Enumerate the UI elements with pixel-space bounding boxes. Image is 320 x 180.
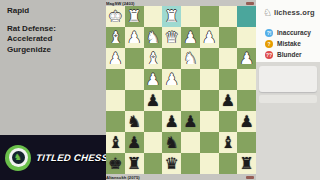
square[interactable] — [106, 69, 125, 90]
white-p-piece[interactable]: ♟ — [164, 71, 178, 87]
square[interactable]: ♟ — [125, 132, 144, 153]
square[interactable]: ♟ — [237, 111, 256, 132]
square[interactable]: ♞ — [144, 27, 163, 48]
square[interactable]: ♞ — [162, 132, 181, 153]
white-p-piece[interactable]: ♟ — [183, 29, 197, 45]
top-player-name: MagSW (2403) — [106, 1, 134, 5]
blunder-icon: ?? — [265, 51, 273, 59]
square[interactable]: ♝ — [219, 132, 238, 153]
square[interactable] — [125, 48, 144, 69]
clock-icon — [246, 2, 254, 5]
square[interactable] — [181, 6, 200, 27]
square[interactable] — [144, 111, 163, 132]
square[interactable]: ♟ — [162, 111, 181, 132]
square[interactable]: ♜ — [125, 153, 144, 174]
white-p-piece[interactable]: ♟ — [127, 29, 141, 45]
square[interactable] — [200, 6, 219, 27]
bottom-player-name: Altansukh (2075) — [106, 175, 140, 179]
black-p-piece[interactable]: ♟ — [164, 113, 178, 129]
black-r-piece[interactable]: ♜ — [127, 155, 141, 171]
square[interactable] — [162, 90, 181, 111]
square[interactable]: ♟ — [219, 90, 238, 111]
eval-graph-placeholder[interactable] — [259, 66, 317, 92]
square[interactable]: ♟ — [125, 27, 144, 48]
square[interactable] — [200, 153, 219, 174]
square[interactable] — [144, 153, 163, 174]
square[interactable]: ♝ — [106, 132, 125, 153]
square[interactable] — [106, 111, 125, 132]
square[interactable] — [125, 69, 144, 90]
black-p-piece[interactable]: ♟ — [221, 92, 235, 108]
opening-name-line3: Gurgenidze — [7, 45, 106, 55]
legend-label: Inaccuracy — [277, 29, 311, 36]
square[interactable] — [237, 6, 256, 27]
legend-label: Blunder — [277, 51, 302, 58]
square[interactable]: ♞ — [125, 111, 144, 132]
square[interactable]: ♜ — [162, 6, 181, 27]
square[interactable]: ♞ — [181, 48, 200, 69]
black-p-piece[interactable]: ♟ — [239, 113, 253, 129]
black-n-piece[interactable]: ♞ — [127, 113, 141, 129]
chess-board[interactable]: ♚♜♜♝♟♞♛♟♟♟♝♞♟♟♟♟♟♞♟♟♟♝♟♞♝♚♜♛♜ — [106, 6, 256, 174]
square[interactable] — [144, 132, 163, 153]
inaccuracy-icon: ?! — [265, 29, 273, 37]
logo-inner-ring: ♞ — [9, 148, 28, 167]
black-q-piece[interactable]: ♛ — [164, 155, 178, 171]
square[interactable]: ♟ — [181, 27, 200, 48]
square[interactable] — [219, 153, 238, 174]
square[interactable]: ♟ — [200, 27, 219, 48]
square[interactable] — [106, 90, 125, 111]
square[interactable] — [237, 27, 256, 48]
analysis-legend: ?!Inaccuracy?Mistake??Blunder — [265, 27, 311, 60]
white-n-piece[interactable]: ♞ — [183, 50, 197, 66]
video-frame: Rapid Rat Defense: Accelerated Gurgenidz… — [0, 0, 320, 180]
square[interactable] — [200, 48, 219, 69]
black-b-piece[interactable]: ♝ — [221, 134, 235, 150]
square[interactable] — [162, 48, 181, 69]
square[interactable]: ♛ — [162, 153, 181, 174]
white-b-piece[interactable]: ♝ — [108, 29, 122, 45]
square[interactable] — [181, 153, 200, 174]
square[interactable]: ♝ — [106, 27, 125, 48]
square[interactable] — [181, 90, 200, 111]
black-p-piece[interactable]: ♟ — [183, 113, 197, 129]
white-r-piece[interactable]: ♜ — [127, 8, 141, 24]
legend-row-mistake: ?Mistake — [265, 38, 311, 49]
black-n-piece[interactable]: ♞ — [164, 134, 178, 150]
white-p-piece[interactable]: ♟ — [146, 71, 160, 87]
white-n-piece[interactable]: ♞ — [146, 29, 160, 45]
square[interactable] — [181, 69, 200, 90]
square[interactable]: ♚ — [106, 153, 125, 174]
clock-icon — [246, 176, 254, 179]
square[interactable] — [200, 111, 219, 132]
square[interactable] — [219, 48, 238, 69]
square[interactable] — [125, 90, 144, 111]
white-k-piece[interactable]: ♚ — [108, 8, 122, 24]
square[interactable]: ♟ — [144, 69, 163, 90]
white-p-piece[interactable]: ♟ — [239, 50, 253, 66]
black-b-piece[interactable]: ♝ — [108, 134, 122, 150]
mistake-icon: ? — [265, 40, 273, 48]
legend-row-blunder: ??Blunder — [265, 49, 311, 60]
opening-name-line2: Accelerated — [7, 34, 106, 44]
black-p-piece[interactable]: ♟ — [146, 92, 160, 108]
white-b-piece[interactable]: ♝ — [146, 50, 160, 66]
square[interactable] — [200, 90, 219, 111]
time-control-label: Rapid — [7, 6, 106, 15]
black-k-piece[interactable]: ♚ — [108, 155, 122, 171]
lichess-knight-icon: ♘ — [263, 7, 272, 18]
square[interactable] — [181, 132, 200, 153]
square[interactable] — [237, 132, 256, 153]
square[interactable] — [144, 6, 163, 27]
square[interactable]: ♟ — [162, 69, 181, 90]
titled-chess-badge: ♞ TITLED CHESS — [0, 135, 106, 180]
square[interactable] — [219, 111, 238, 132]
game-info: Rapid Rat Defense: Accelerated Gurgenidz… — [0, 0, 106, 55]
panel-divider-block — [259, 95, 317, 103]
square[interactable]: ♜ — [125, 6, 144, 27]
square[interactable] — [219, 69, 238, 90]
lichess-brand[interactable]: ♘ lichess.org — [263, 7, 315, 18]
white-q-piece[interactable]: ♛ — [164, 29, 178, 45]
square[interactable]: ♟ — [181, 111, 200, 132]
square[interactable] — [200, 132, 219, 153]
square[interactable]: ♝ — [144, 48, 163, 69]
square[interactable] — [237, 69, 256, 90]
square[interactable] — [200, 69, 219, 90]
bottom-player-bar: Altansukh (2075) — [106, 174, 256, 180]
opening-name-line1: Rat Defense: — [7, 24, 106, 34]
black-r-piece[interactable]: ♜ — [239, 155, 253, 171]
square[interactable] — [219, 6, 238, 27]
square[interactable]: ♟ — [106, 48, 125, 69]
legend-label: Mistake — [277, 40, 301, 47]
white-r-piece[interactable]: ♜ — [164, 8, 178, 24]
legend-row-inaccuracy: ?!Inaccuracy — [265, 27, 311, 38]
square[interactable]: ♟ — [237, 48, 256, 69]
square[interactable]: ♟ — [144, 90, 163, 111]
square[interactable] — [237, 90, 256, 111]
black-p-piece[interactable]: ♟ — [127, 134, 141, 150]
square[interactable]: ♜ — [237, 153, 256, 174]
lichess-brand-name: lichess.org — [274, 8, 315, 17]
knight-icon: ♞ — [12, 151, 25, 164]
square[interactable]: ♛ — [162, 27, 181, 48]
right-panel: ♘ lichess.org ?!Inaccuracy?Mistake??Blun… — [256, 0, 320, 180]
square[interactable]: ♚ — [106, 6, 125, 27]
titled-chess-logo: ♞ — [5, 145, 31, 171]
white-p-piece[interactable]: ♟ — [202, 29, 216, 45]
square[interactable] — [219, 27, 238, 48]
badge-title: TITLED CHESS — [35, 152, 108, 163]
white-p-piece[interactable]: ♟ — [108, 50, 122, 66]
